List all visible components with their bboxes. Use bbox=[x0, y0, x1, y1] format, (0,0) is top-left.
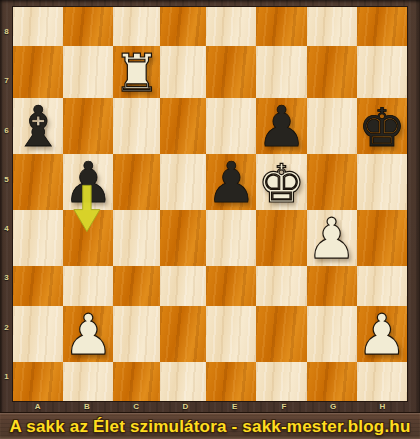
square-e8 bbox=[206, 7, 256, 46]
square-c1 bbox=[113, 362, 160, 401]
rank-label-5: 5 bbox=[0, 155, 13, 204]
piece-black-bishop-a6: ♝ bbox=[13, 99, 63, 155]
rank-label-7: 7 bbox=[0, 56, 13, 105]
piece-black-pawn-f6: ♟ bbox=[256, 99, 306, 155]
square-b3 bbox=[63, 266, 113, 305]
square-c5 bbox=[113, 154, 160, 210]
square-d7 bbox=[160, 46, 206, 98]
square-c4 bbox=[113, 210, 160, 266]
rank-label-1: 1 bbox=[0, 352, 13, 401]
square-h5 bbox=[357, 154, 407, 210]
square-c3 bbox=[113, 266, 160, 305]
square-h8 bbox=[357, 7, 407, 46]
square-b7 bbox=[63, 46, 113, 98]
square-a3 bbox=[13, 266, 63, 305]
square-f4 bbox=[256, 210, 306, 266]
square-h2: ♟ bbox=[357, 306, 407, 362]
square-c8 bbox=[113, 7, 160, 46]
square-d2 bbox=[160, 306, 206, 362]
square-b8 bbox=[63, 7, 113, 46]
square-f3 bbox=[256, 266, 306, 305]
piece-white-pawn-g4: ♟ bbox=[307, 211, 357, 267]
piece-black-king-h6: ♚ bbox=[358, 101, 406, 154]
square-d4 bbox=[160, 210, 206, 266]
square-e7 bbox=[206, 46, 256, 98]
square-g8 bbox=[307, 7, 357, 46]
piece-white-pawn-b2: ♟ bbox=[63, 307, 113, 363]
square-b1 bbox=[63, 362, 113, 401]
square-f6: ♟ bbox=[256, 98, 306, 154]
piece-white-rook-c7: ♜ bbox=[113, 47, 160, 99]
square-f1 bbox=[256, 362, 306, 401]
square-h6: ♚ bbox=[357, 98, 407, 154]
square-b6 bbox=[63, 98, 113, 154]
square-a8 bbox=[13, 7, 63, 46]
piece-white-king-f5: ♚ bbox=[258, 157, 306, 210]
rank-label-3: 3 bbox=[0, 253, 13, 302]
square-e2 bbox=[206, 306, 256, 362]
square-c6 bbox=[113, 98, 160, 154]
square-b2: ♟ bbox=[63, 306, 113, 362]
square-e5: ♟ bbox=[206, 154, 256, 210]
square-c2 bbox=[113, 306, 160, 362]
square-a5 bbox=[13, 154, 63, 210]
square-h7 bbox=[357, 46, 407, 98]
square-h3 bbox=[357, 266, 407, 305]
square-d5 bbox=[160, 154, 206, 210]
rank-label-4: 4 bbox=[0, 204, 13, 253]
square-a6: ♝ bbox=[13, 98, 63, 154]
rank-label-6: 6 bbox=[0, 106, 13, 155]
square-e6 bbox=[206, 98, 256, 154]
square-d8 bbox=[160, 7, 206, 46]
caption-band: A sakk az Élet szimulátora - sakk-mester… bbox=[0, 412, 420, 439]
rank-labels: 87654321 bbox=[0, 7, 13, 401]
square-f5: ♚ bbox=[256, 154, 306, 210]
square-h4 bbox=[357, 210, 407, 266]
square-e1 bbox=[206, 362, 256, 401]
piece-white-pawn-h2: ♟ bbox=[357, 307, 407, 363]
square-e4 bbox=[206, 210, 256, 266]
square-d1 bbox=[160, 362, 206, 401]
chess-diagram: ♜♝♟♚♟♟♚♟♟♟ 87654321 ABCDEFGH A sakk az É… bbox=[0, 0, 420, 439]
square-f2 bbox=[256, 306, 306, 362]
square-c7: ♜ bbox=[113, 46, 160, 98]
piece-black-pawn-e5: ♟ bbox=[206, 155, 256, 211]
square-g1 bbox=[307, 362, 357, 401]
square-h1 bbox=[357, 362, 407, 401]
square-a2 bbox=[13, 306, 63, 362]
square-g6 bbox=[307, 98, 357, 154]
square-d3 bbox=[160, 266, 206, 305]
square-a1 bbox=[13, 362, 63, 401]
square-g5 bbox=[307, 154, 357, 210]
square-g7 bbox=[307, 46, 357, 98]
chess-board: ♜♝♟♚♟♟♚♟♟♟ bbox=[13, 7, 407, 401]
square-g4: ♟ bbox=[307, 210, 357, 266]
square-b5: ♟ bbox=[63, 154, 113, 210]
square-b4 bbox=[63, 210, 113, 266]
square-d6 bbox=[160, 98, 206, 154]
square-a4 bbox=[13, 210, 63, 266]
square-g3 bbox=[307, 266, 357, 305]
square-a7 bbox=[13, 46, 63, 98]
square-e3 bbox=[206, 266, 256, 305]
piece-black-pawn-b5: ♟ bbox=[63, 155, 113, 211]
rank-label-2: 2 bbox=[0, 303, 13, 352]
square-f7 bbox=[256, 46, 306, 98]
caption-text: A sakk az Élet szimulátora - sakk-mester… bbox=[9, 417, 410, 437]
square-g2 bbox=[307, 306, 357, 362]
rank-label-8: 8 bbox=[0, 7, 13, 56]
square-f8 bbox=[256, 7, 306, 46]
